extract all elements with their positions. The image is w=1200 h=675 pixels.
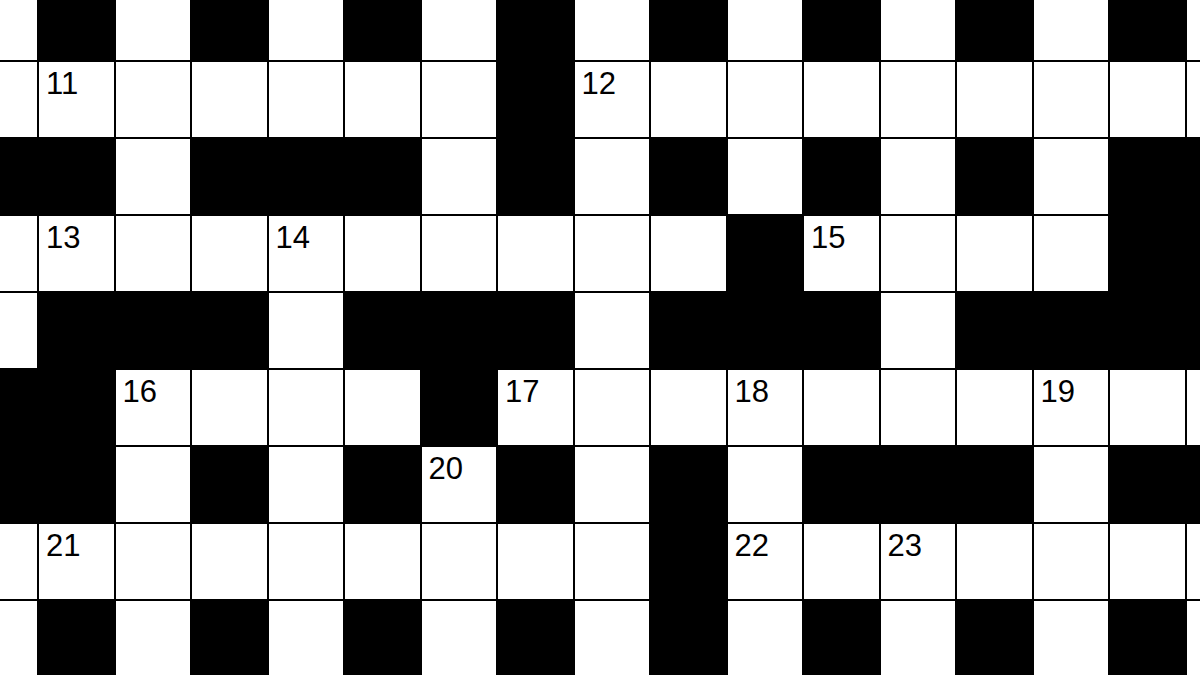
cell-r0c15	[1110, 0, 1185, 60]
clue-number: 19	[1041, 376, 1075, 407]
cell-r6c3	[192, 447, 267, 522]
cell-r8c1	[39, 601, 114, 675]
cell-r5c5[interactable]	[345, 370, 420, 445]
clue-number: 21	[46, 530, 80, 561]
cell-r1c0[interactable]	[0, 62, 37, 137]
clue-number: 22	[735, 530, 769, 561]
cell-r7c14[interactable]	[1034, 524, 1109, 599]
cell-r8c9	[651, 601, 726, 675]
cell-r4c7	[498, 293, 573, 368]
cell-r0c12[interactable]	[881, 0, 956, 60]
cell-r1c2[interactable]	[116, 62, 191, 137]
cell-r5c10[interactable]: 18	[728, 370, 803, 445]
cell-r3c2[interactable]	[116, 216, 191, 291]
cell-r4c5	[345, 293, 420, 368]
cell-r2c0	[0, 139, 37, 214]
cell-r2c15	[1110, 139, 1185, 214]
cell-r6c1	[39, 447, 114, 522]
cell-r5c4[interactable]	[269, 370, 344, 445]
cell-r4c10	[728, 293, 803, 368]
clue-number: 11	[46, 68, 78, 99]
cell-r4c3	[192, 293, 267, 368]
cell-r7c2[interactable]	[116, 524, 191, 599]
cell-r3c8[interactable]	[575, 216, 650, 291]
cell-r1c14[interactable]	[1034, 62, 1109, 137]
cell-r7c1[interactable]: 21	[39, 524, 114, 599]
cell-r6c14[interactable]	[1034, 447, 1109, 522]
cell-r8c12[interactable]	[881, 601, 956, 675]
cell-r0c2[interactable]	[116, 0, 191, 60]
cell-r2c12[interactable]	[881, 139, 956, 214]
cell-r5c3[interactable]	[192, 370, 267, 445]
cell-r1c16[interactable]	[1187, 62, 1200, 137]
cell-r2c4	[269, 139, 344, 214]
cell-r5c14[interactable]: 19	[1034, 370, 1109, 445]
cell-r5c8[interactable]	[575, 370, 650, 445]
cell-r6c0	[0, 447, 37, 522]
cell-r7c15[interactable]	[1110, 524, 1185, 599]
cell-r3c14[interactable]	[1034, 216, 1109, 291]
cell-r1c1[interactable]: 11	[39, 62, 114, 137]
cell-r3c11[interactable]: 15	[804, 216, 879, 291]
cell-r1c5[interactable]	[345, 62, 420, 137]
cell-r4c16	[1187, 293, 1200, 368]
cell-r7c12[interactable]: 23	[881, 524, 956, 599]
cell-r4c13	[957, 293, 1032, 368]
cell-r5c13[interactable]	[957, 370, 1032, 445]
cell-r0c0[interactable]	[0, 0, 37, 60]
cell-r3c1[interactable]: 13	[39, 216, 114, 291]
cell-r4c11	[804, 293, 879, 368]
cell-r5c15[interactable]	[1110, 370, 1185, 445]
cell-r0c14[interactable]	[1034, 0, 1109, 60]
cell-r4c14	[1034, 293, 1109, 368]
cell-r3c13[interactable]	[957, 216, 1032, 291]
cell-r2c5	[345, 139, 420, 214]
cell-r6c12	[881, 447, 956, 522]
cell-r0c3	[192, 0, 267, 60]
clue-number: 15	[811, 222, 845, 253]
cell-r2c10[interactable]	[728, 139, 803, 214]
cell-r0c9	[651, 0, 726, 60]
cell-r7c10[interactable]: 22	[728, 524, 803, 599]
cell-r2c6[interactable]	[422, 139, 497, 214]
cell-r4c9	[651, 293, 726, 368]
cell-r0c10[interactable]	[728, 0, 803, 60]
cell-r6c4[interactable]	[269, 447, 344, 522]
cell-r6c7	[498, 447, 573, 522]
clue-number: 18	[735, 376, 769, 407]
cell-r8c2[interactable]	[116, 601, 191, 675]
cell-r7c16[interactable]	[1187, 524, 1200, 599]
cell-r8c0[interactable]	[0, 601, 37, 675]
cell-r2c8[interactable]	[575, 139, 650, 214]
cell-r8c11	[804, 601, 879, 675]
cell-r1c6[interactable]	[422, 62, 497, 137]
cell-r6c13	[957, 447, 1032, 522]
cell-r7c6[interactable]	[422, 524, 497, 599]
cell-r8c15	[1110, 601, 1185, 675]
cell-r3c10	[728, 216, 803, 291]
cell-r5c16[interactable]	[1187, 370, 1200, 445]
cell-r3c5[interactable]	[345, 216, 420, 291]
cell-r1c10[interactable]	[728, 62, 803, 137]
cell-r4c0[interactable]	[0, 293, 37, 368]
cell-r1c8[interactable]: 12	[575, 62, 650, 137]
cell-r3c0[interactable]	[0, 216, 37, 291]
cell-r8c3	[192, 601, 267, 675]
cell-r4c15	[1110, 293, 1185, 368]
cell-r0c11	[804, 0, 879, 60]
cell-r2c9	[651, 139, 726, 214]
cell-r2c14[interactable]	[1034, 139, 1109, 214]
clue-number: 13	[46, 222, 80, 253]
cell-r8c5	[345, 601, 420, 675]
cell-r5c12[interactable]	[881, 370, 956, 445]
clue-number: 12	[582, 68, 616, 99]
cell-r0c8[interactable]	[575, 0, 650, 60]
cell-r7c4[interactable]	[269, 524, 344, 599]
cell-r2c1	[39, 139, 114, 214]
cell-r6c6[interactable]: 20	[422, 447, 497, 522]
cell-r7c9	[651, 524, 726, 599]
cell-r8c10[interactable]	[728, 601, 803, 675]
cell-r7c7[interactable]	[498, 524, 573, 599]
cell-r7c8[interactable]	[575, 524, 650, 599]
cell-r7c5[interactable]	[345, 524, 420, 599]
cell-r8c7	[498, 601, 573, 675]
cell-r5c0	[0, 370, 37, 445]
cell-r2c13	[957, 139, 1032, 214]
cell-r4c1	[39, 293, 114, 368]
cell-r7c3[interactable]	[192, 524, 267, 599]
cell-r1c13[interactable]	[957, 62, 1032, 137]
cell-r0c6[interactable]	[422, 0, 497, 60]
clue-number: 14	[276, 222, 310, 253]
cell-r1c3[interactable]	[192, 62, 267, 137]
cell-r5c2[interactable]: 16	[116, 370, 191, 445]
cell-r3c4[interactable]: 14	[269, 216, 344, 291]
cell-r4c4[interactable]	[269, 293, 344, 368]
cell-r1c15[interactable]	[1110, 62, 1185, 137]
cell-r0c16[interactable]	[1187, 0, 1200, 60]
crossword-grid: 11121314151617181920212223	[0, 0, 1200, 675]
cell-r3c7[interactable]	[498, 216, 573, 291]
cell-r8c6[interactable]	[422, 601, 497, 675]
cell-r6c10[interactable]	[728, 447, 803, 522]
cell-r3c6[interactable]	[422, 216, 497, 291]
cell-r4c2	[116, 293, 191, 368]
cell-r5c7[interactable]: 17	[498, 370, 573, 445]
cell-r6c8[interactable]	[575, 447, 650, 522]
cell-r1c4[interactable]	[269, 62, 344, 137]
cell-r2c3	[192, 139, 267, 214]
cell-r2c16	[1187, 139, 1200, 214]
cell-r2c7	[498, 139, 573, 214]
cell-r4c12[interactable]	[881, 293, 956, 368]
cell-r3c16	[1187, 216, 1200, 291]
cell-r7c0[interactable]	[0, 524, 37, 599]
cell-r6c15	[1110, 447, 1185, 522]
cell-r7c11[interactable]	[804, 524, 879, 599]
cell-r6c16	[1187, 447, 1200, 522]
cell-r6c9	[651, 447, 726, 522]
cell-r5c9[interactable]	[651, 370, 726, 445]
cell-r1c11[interactable]	[804, 62, 879, 137]
cell-r8c8[interactable]	[575, 601, 650, 675]
cell-r4c8[interactable]	[575, 293, 650, 368]
cell-r3c3[interactable]	[192, 216, 267, 291]
clue-number: 16	[123, 376, 157, 407]
cell-r8c4[interactable]	[269, 601, 344, 675]
cell-r8c14[interactable]	[1034, 601, 1109, 675]
cell-r0c1	[39, 0, 114, 60]
cell-r5c6	[422, 370, 497, 445]
cell-r1c7	[498, 62, 573, 137]
cell-r0c4[interactable]	[269, 0, 344, 60]
cell-r3c15	[1110, 216, 1185, 291]
clue-number: 23	[888, 530, 922, 561]
cell-r0c13	[957, 0, 1032, 60]
cell-r2c2[interactable]	[116, 139, 191, 214]
clue-number: 17	[505, 376, 539, 407]
cell-r3c9[interactable]	[651, 216, 726, 291]
cell-r7c13[interactable]	[957, 524, 1032, 599]
cell-r8c16[interactable]	[1187, 601, 1200, 675]
cell-r0c7	[498, 0, 573, 60]
cell-r1c9[interactable]	[651, 62, 726, 137]
cell-r6c2[interactable]	[116, 447, 191, 522]
cell-r5c1	[39, 370, 114, 445]
cell-r5c11[interactable]	[804, 370, 879, 445]
cell-r8c13	[957, 601, 1032, 675]
cell-r0c5	[345, 0, 420, 60]
cell-r1c12[interactable]	[881, 62, 956, 137]
cell-r6c5	[345, 447, 420, 522]
crossword-screenshot: 11121314151617181920212223	[0, 0, 1200, 675]
cell-r6c11	[804, 447, 879, 522]
clue-number: 20	[429, 453, 463, 484]
cell-r2c11	[804, 139, 879, 214]
cell-r4c6	[422, 293, 497, 368]
cell-r3c12[interactable]	[881, 216, 956, 291]
